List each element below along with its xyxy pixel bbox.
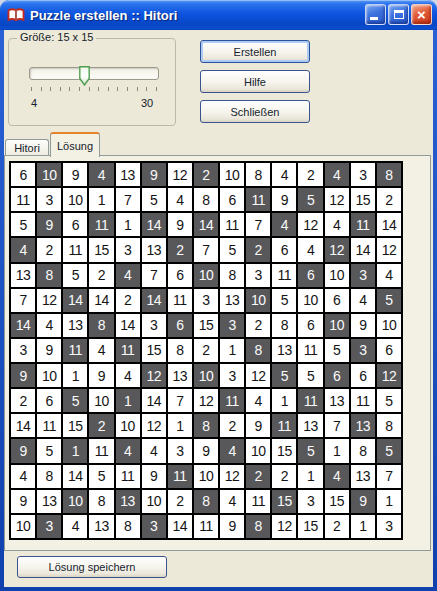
slider-tick — [127, 87, 128, 91]
grid-cell-r10c10: 4 — [246, 389, 270, 412]
grid-cell-r14c3: 10 — [63, 490, 87, 513]
grid-cell-r10c3: 5 — [63, 389, 87, 412]
grid-cell-r6c9: 13 — [220, 289, 244, 312]
grid-cell-r14c6: 10 — [142, 490, 166, 513]
grid-cell-r7c7: 6 — [168, 314, 192, 337]
grid-cell-r1c1: 6 — [11, 163, 35, 186]
grid-cell-r1c4: 4 — [89, 163, 113, 186]
grid-cell-r7c2: 4 — [37, 314, 61, 337]
grid-cell-r10c12: 11 — [298, 389, 322, 412]
help-button[interactable]: Hilfe — [200, 70, 310, 93]
grid-cell-r13c12: 1 — [298, 465, 322, 488]
grid-cell-r3c9: 11 — [220, 213, 244, 236]
grid-cell-r4c12: 4 — [298, 238, 322, 261]
grid-cell-r6c5: 2 — [116, 289, 140, 312]
grid-cell-r1c15: 8 — [377, 163, 401, 186]
grid-cell-r15c9: 9 — [220, 515, 244, 538]
grid-cell-r14c10: 11 — [246, 490, 270, 513]
grid-cell-r14c5: 13 — [116, 490, 140, 513]
save-solution-button[interactable]: Lösung speichern — [17, 556, 167, 578]
grid-cell-r15c4: 13 — [89, 515, 113, 538]
grid-cell-r5c9: 8 — [220, 264, 244, 287]
grid-cell-r12c4: 11 — [89, 439, 113, 462]
grid-cell-r6c10: 10 — [246, 289, 270, 312]
grid-cell-r8c4: 4 — [89, 339, 113, 362]
grid-cell-r4c6: 13 — [142, 238, 166, 261]
grid-cell-r4c10: 2 — [246, 238, 270, 261]
grid-cell-r7c11: 8 — [272, 314, 296, 337]
grid-cell-r13c11: 2 — [272, 465, 296, 488]
grid-cell-r5c3: 5 — [63, 264, 87, 287]
grid-cell-r9c1: 9 — [11, 364, 35, 387]
grid-cell-r10c7: 7 — [168, 389, 192, 412]
grid-cell-r2c15: 2 — [377, 188, 401, 211]
grid-cell-r14c11: 15 — [272, 490, 296, 513]
grid-cell-r5c10: 3 — [246, 264, 270, 287]
grid-cell-r4c13: 12 — [325, 238, 349, 261]
grid-cell-r14c7: 2 — [168, 490, 192, 513]
grid-cell-r10c9: 11 — [220, 389, 244, 412]
grid-cell-r8c15: 6 — [377, 339, 401, 362]
grid-cell-r8c12: 11 — [298, 339, 322, 362]
grid-cell-r5c5: 4 — [116, 264, 140, 287]
grid-cell-r5c6: 7 — [142, 264, 166, 287]
window-controls: × — [365, 4, 432, 25]
grid-cell-r1c12: 2 — [298, 163, 322, 186]
grid-cell-r11c5: 10 — [116, 414, 140, 437]
grid-cell-r9c7: 13 — [168, 364, 192, 387]
grid-cell-r7c4: 8 — [89, 314, 113, 337]
slider-tick — [60, 87, 61, 91]
grid-cell-r10c8: 12 — [194, 389, 218, 412]
grid-cell-r5c12: 6 — [298, 264, 322, 287]
grid-cell-r6c1: 7 — [11, 289, 35, 312]
grid-cell-r6c2: 12 — [37, 289, 61, 312]
grid-cell-r11c9: 2 — [220, 414, 244, 437]
grid-cell-r5c4: 2 — [89, 264, 113, 287]
grid-cell-r13c3: 14 — [63, 465, 87, 488]
grid-cell-r12c11: 15 — [272, 439, 296, 462]
slider-tick — [146, 87, 147, 91]
grid-cell-r12c7: 3 — [168, 439, 192, 462]
grid-cell-r12c5: 4 — [116, 439, 140, 462]
grid-cell-r10c6: 14 — [142, 389, 166, 412]
window-title: Puzzle erstellen :: Hitori — [30, 8, 177, 23]
grid-cell-r9c11: 5 — [272, 364, 296, 387]
grid-cell-r9c5: 4 — [116, 364, 140, 387]
slider-tick — [98, 87, 99, 91]
grid-cell-r7c1: 14 — [11, 314, 35, 337]
grid-cell-r1c11: 4 — [272, 163, 296, 186]
grid-cell-r10c2: 6 — [37, 389, 61, 412]
grid-cell-r6c7: 11 — [168, 289, 192, 312]
minimize-icon — [370, 17, 378, 20]
titlebar: Puzzle erstellen :: Hitori × — [0, 0, 437, 30]
grid-cell-r5c8: 10 — [194, 264, 218, 287]
grid-cell-r11c15: 8 — [377, 414, 401, 437]
slider-tick — [41, 87, 42, 91]
grid-cell-r5c1: 13 — [11, 264, 35, 287]
grid-cell-r1c2: 10 — [37, 163, 61, 186]
grid-cell-r1c7: 12 — [168, 163, 192, 186]
grid-cell-r3c4: 11 — [89, 213, 113, 236]
grid-cell-r6c8: 3 — [194, 289, 218, 312]
grid-cell-r14c4: 8 — [89, 490, 113, 513]
grid-cell-r11c3: 15 — [63, 414, 87, 437]
grid-cell-r3c1: 5 — [11, 213, 35, 236]
slider-tick — [137, 87, 138, 91]
slider-tick — [89, 87, 90, 91]
grid-cell-r1c9: 10 — [220, 163, 244, 186]
close-icon: × — [417, 7, 426, 22]
book-icon — [7, 7, 25, 23]
grid-cell-r12c1: 9 — [11, 439, 35, 462]
grid-cell-r3c8: 14 — [194, 213, 218, 236]
grid-cell-r14c1: 9 — [11, 490, 35, 513]
slider-tick — [79, 87, 80, 91]
grid-cell-r6c12: 10 — [298, 289, 322, 312]
grid-cell-r12c13: 1 — [325, 439, 349, 462]
slider-tick — [117, 87, 118, 91]
grid-cell-r2c11: 9 — [272, 188, 296, 211]
grid-cell-r8c9: 1 — [220, 339, 244, 362]
grid-cell-r11c10: 9 — [246, 414, 270, 437]
size-slider-track[interactable] — [29, 67, 159, 80]
slider-tick — [69, 87, 70, 91]
grid-cell-r5c14: 3 — [351, 264, 375, 287]
grid-cell-r9c10: 12 — [246, 364, 270, 387]
grid-cell-r4c15: 12 — [377, 238, 401, 261]
grid-cell-r15c12: 15 — [298, 515, 322, 538]
grid-cell-r10c5: 1 — [116, 389, 140, 412]
grid-cell-r11c13: 7 — [325, 414, 349, 437]
grid-cell-r7c5: 14 — [116, 314, 140, 337]
grid-cell-r1c6: 9 — [142, 163, 166, 186]
slider-tick — [108, 87, 109, 91]
grid-cell-r4c14: 14 — [351, 238, 375, 261]
grid-cell-r12c8: 9 — [194, 439, 218, 462]
size-groupbox-label: Größe: 15 x 15 — [17, 31, 96, 43]
grid-cell-r15c15: 3 — [377, 515, 401, 538]
grid-cell-r14c13: 15 — [325, 490, 349, 513]
grid-cell-r11c14: 13 — [351, 414, 375, 437]
grid-cell-r5c11: 11 — [272, 264, 296, 287]
grid-cell-r2c13: 12 — [325, 188, 349, 211]
tab-hitori[interactable]: Hitori — [5, 139, 49, 156]
slider-tick — [31, 87, 32, 91]
grid-cell-r13c15: 7 — [377, 465, 401, 488]
grid-cell-r12c9: 4 — [220, 439, 244, 462]
grid-cell-r8c5: 11 — [116, 339, 140, 362]
close-window-button[interactable]: × — [411, 4, 432, 25]
grid-cell-r1c14: 3 — [351, 163, 375, 186]
grid-cell-r9c6: 12 — [142, 364, 166, 387]
grid-cell-r15c10: 8 — [246, 515, 270, 538]
grid-cell-r4c5: 3 — [116, 238, 140, 261]
grid-cell-r9c13: 6 — [325, 364, 349, 387]
grid-cell-r5c2: 8 — [37, 264, 61, 287]
grid-cell-r11c8: 8 — [194, 414, 218, 437]
grid-cell-r8c10: 8 — [246, 339, 270, 362]
grid-cell-r1c8: 2 — [194, 163, 218, 186]
grid-cell-r10c13: 13 — [325, 389, 349, 412]
grid-cell-r8c13: 5 — [325, 339, 349, 362]
grid-cell-r11c1: 14 — [11, 414, 35, 437]
grid-cell-r7c6: 3 — [142, 314, 166, 337]
grid-cell-r4c2: 2 — [37, 238, 61, 261]
grid-cell-r1c13: 4 — [325, 163, 349, 186]
grid-cell-r7c13: 10 — [325, 314, 349, 337]
grid-cell-r12c10: 10 — [246, 439, 270, 462]
grid-cell-r1c5: 13 — [116, 163, 140, 186]
grid-cell-r8c2: 9 — [37, 339, 61, 362]
grid-cell-r11c4: 2 — [89, 414, 113, 437]
grid-cell-r2c3: 10 — [63, 188, 87, 211]
grid-cell-r13c8: 10 — [194, 465, 218, 488]
grid-cell-r14c14: 9 — [351, 490, 375, 513]
grid-cell-r13c10: 2 — [246, 465, 270, 488]
grid-cell-r9c8: 10 — [194, 364, 218, 387]
grid-cell-r2c6: 5 — [142, 188, 166, 211]
grid-cell-r14c12: 3 — [298, 490, 322, 513]
grid-cell-r8c8: 2 — [194, 339, 218, 362]
grid-cell-r4c8: 7 — [194, 238, 218, 261]
grid-cell-r13c2: 8 — [37, 465, 61, 488]
grid-cell-r2c12: 5 — [298, 188, 322, 211]
grid-cell-r8c3: 11 — [63, 339, 87, 362]
grid-cell-r15c2: 3 — [37, 515, 61, 538]
grid-cell-r4c7: 2 — [168, 238, 192, 261]
grid-cell-r5c7: 6 — [168, 264, 192, 287]
grid-cell-r2c2: 3 — [37, 188, 61, 211]
slider-ticks — [31, 87, 157, 91]
grid-cell-r13c13: 4 — [325, 465, 349, 488]
grid-cell-r8c14: 3 — [351, 339, 375, 362]
size-groupbox: Größe: 15 x 15 4 30 — [8, 38, 176, 126]
grid-cell-r11c11: 11 — [272, 414, 296, 437]
grid-cell-r9c12: 5 — [298, 364, 322, 387]
grid-cell-r9c9: 3 — [220, 364, 244, 387]
grid-cell-r6c4: 14 — [89, 289, 113, 312]
grid-cell-r6c11: 5 — [272, 289, 296, 312]
hitori-grid: 6109413912210842438113101754861195121525… — [9, 161, 403, 540]
grid-cell-r5c15: 4 — [377, 264, 401, 287]
grid-cell-r8c7: 8 — [168, 339, 192, 362]
grid-cell-r3c12: 12 — [298, 213, 322, 236]
grid-cell-r7c8: 15 — [194, 314, 218, 337]
grid-cell-r6c6: 14 — [142, 289, 166, 312]
grid-cell-r7c10: 2 — [246, 314, 270, 337]
grid-cell-r4c9: 5 — [220, 238, 244, 261]
grid-cell-r7c15: 10 — [377, 314, 401, 337]
grid-cell-r14c9: 4 — [220, 490, 244, 513]
grid-cell-r15c1: 10 — [11, 515, 35, 538]
grid-cell-r13c14: 13 — [351, 465, 375, 488]
grid-cell-r3c10: 7 — [246, 213, 270, 236]
grid-cell-r11c7: 1 — [168, 414, 192, 437]
grid-cell-r13c4: 5 — [89, 465, 113, 488]
grid-cell-r6c13: 6 — [325, 289, 349, 312]
grid-cell-r4c4: 15 — [89, 238, 113, 261]
grid-cell-r3c5: 1 — [116, 213, 140, 236]
grid-cell-r12c15: 5 — [377, 439, 401, 462]
grid-cell-r13c5: 11 — [116, 465, 140, 488]
grid-cell-r2c10: 11 — [246, 188, 270, 211]
grid-cell-r13c6: 9 — [142, 465, 166, 488]
slider-thumb[interactable] — [79, 66, 90, 86]
grid-cell-r8c6: 15 — [142, 339, 166, 362]
grid-cell-r3c6: 14 — [142, 213, 166, 236]
grid-cell-r6c3: 14 — [63, 289, 87, 312]
grid-cell-r14c15: 1 — [377, 490, 401, 513]
grid-cell-r2c9: 6 — [220, 188, 244, 211]
grid-cell-r7c3: 13 — [63, 314, 87, 337]
slider-tick — [50, 87, 51, 91]
grid-cell-r15c7: 14 — [168, 515, 192, 538]
app-window: Puzzle erstellen :: Hitori × Größe: 15 x… — [0, 0, 437, 591]
slider-max-label: 30 — [141, 97, 153, 109]
grid-cell-r2c7: 4 — [168, 188, 192, 211]
grid-cell-r9c4: 9 — [89, 364, 113, 387]
grid-cell-r7c9: 3 — [220, 314, 244, 337]
grid-cell-r9c3: 1 — [63, 364, 87, 387]
grid-cell-r12c3: 1 — [63, 439, 87, 462]
grid-cell-r7c14: 9 — [351, 314, 375, 337]
grid-cell-r6c14: 4 — [351, 289, 375, 312]
grid-cell-r14c8: 8 — [194, 490, 218, 513]
maximize-icon — [394, 10, 404, 19]
grid-cell-r10c14: 11 — [351, 389, 375, 412]
grid-cell-r2c8: 8 — [194, 188, 218, 211]
grid-cell-r15c8: 11 — [194, 515, 218, 538]
grid-cell-r3c3: 6 — [63, 213, 87, 236]
grid-cell-r11c2: 11 — [37, 414, 61, 437]
grid-cell-r12c6: 4 — [142, 439, 166, 462]
grid-cell-r10c11: 1 — [272, 389, 296, 412]
grid-cell-r3c11: 4 — [272, 213, 296, 236]
grid-cell-r3c2: 9 — [37, 213, 61, 236]
grid-cell-r15c5: 8 — [116, 515, 140, 538]
close-button[interactable]: Schließen — [200, 100, 310, 123]
solution-tab-panel: 6109413912210842438113101754861195121525… — [4, 155, 431, 551]
grid-cell-r3c13: 4 — [325, 213, 349, 236]
grid-cell-r7c12: 6 — [298, 314, 322, 337]
grid-cell-r9c14: 6 — [351, 364, 375, 387]
grid-cell-r15c14: 1 — [351, 515, 375, 538]
slider-min-label: 4 — [31, 97, 37, 109]
create-button[interactable]: Erstellen — [200, 40, 310, 63]
grid-cell-r8c1: 3 — [11, 339, 35, 362]
grid-cell-r6c15: 5 — [377, 289, 401, 312]
grid-cell-r13c7: 11 — [168, 465, 192, 488]
grid-cell-r12c14: 8 — [351, 439, 375, 462]
grid-cell-r15c13: 2 — [325, 515, 349, 538]
grid-cell-r12c2: 5 — [37, 439, 61, 462]
grid-cell-r4c1: 4 — [11, 238, 35, 261]
grid-cell-r15c3: 4 — [63, 515, 87, 538]
dialog-client-area: Größe: 15 x 15 4 30 Erstellen Hilfe Schl… — [4, 30, 433, 587]
grid-cell-r9c15: 12 — [377, 364, 401, 387]
grid-cell-r10c4: 10 — [89, 389, 113, 412]
grid-cell-r4c11: 6 — [272, 238, 296, 261]
grid-cell-r8c11: 13 — [272, 339, 296, 362]
grid-cell-r2c14: 15 — [351, 188, 375, 211]
grid-cell-r9c2: 10 — [37, 364, 61, 387]
grid-cell-r1c10: 8 — [246, 163, 270, 186]
tab-loesung[interactable]: Lösung — [50, 132, 100, 157]
minimize-button[interactable] — [365, 4, 386, 25]
grid-cell-r3c15: 14 — [377, 213, 401, 236]
grid-cell-r11c12: 13 — [298, 414, 322, 437]
grid-cell-r2c4: 1 — [89, 188, 113, 211]
grid-cell-r11c6: 12 — [142, 414, 166, 437]
grid-cell-r10c15: 5 — [377, 389, 401, 412]
grid-cell-r5c13: 10 — [325, 264, 349, 287]
grid-cell-r1c3: 9 — [63, 163, 87, 186]
grid-cell-r15c6: 3 — [142, 515, 166, 538]
grid-cell-r13c9: 12 — [220, 465, 244, 488]
slider-tick — [156, 87, 157, 91]
grid-cell-r12c12: 5 — [298, 439, 322, 462]
grid-cell-r2c5: 7 — [116, 188, 140, 211]
maximize-button[interactable] — [388, 4, 409, 25]
grid-cell-r2c1: 11 — [11, 188, 35, 211]
grid-cell-r15c11: 12 — [272, 515, 296, 538]
grid-cell-r4c3: 11 — [63, 238, 87, 261]
grid-cell-r3c14: 11 — [351, 213, 375, 236]
grid-cell-r14c2: 13 — [37, 490, 61, 513]
grid-cell-r10c1: 2 — [11, 389, 35, 412]
grid-cell-r3c7: 9 — [168, 213, 192, 236]
grid-cell-r13c1: 4 — [11, 465, 35, 488]
